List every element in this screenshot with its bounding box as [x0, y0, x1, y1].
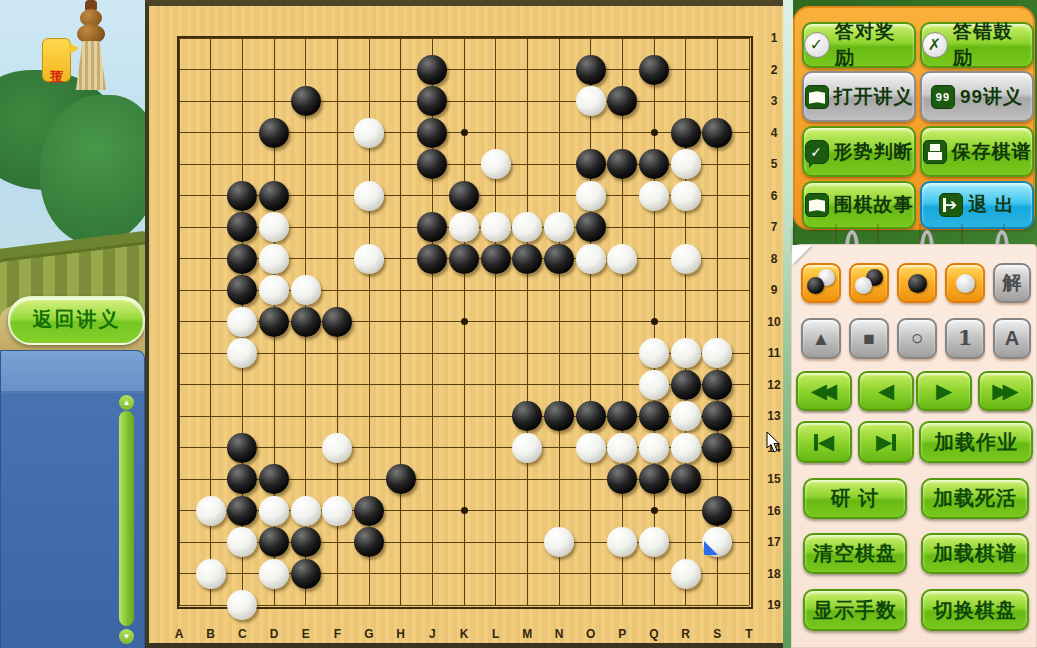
grid-line: [179, 605, 749, 606]
black-stone: [481, 244, 511, 274]
white-stone: [671, 338, 701, 368]
exit-door-icon: ➔: [939, 193, 963, 217]
white-stone: [354, 181, 384, 211]
black-stone: [639, 401, 669, 431]
white-stone: [671, 401, 701, 431]
step-backward-icon: ◀: [878, 379, 894, 403]
black-stone: [639, 149, 669, 179]
column-label: G: [359, 627, 379, 641]
black-stone: [671, 118, 701, 148]
black-stone-icon: [807, 277, 824, 294]
star-point: [461, 129, 468, 136]
encourage-wrong-button[interactable]: ✗ 答错鼓励: [920, 22, 1034, 68]
lecture-99-button[interactable]: 99 99讲义: [920, 71, 1034, 122]
letter-marker-tool[interactable]: A: [993, 318, 1031, 359]
black-stone: [417, 244, 447, 274]
black-stone: [291, 559, 321, 589]
black-stone: [291, 307, 321, 337]
black-stone: [449, 244, 479, 274]
black-stone: [259, 464, 289, 494]
white-stone: [671, 433, 701, 463]
white-stone: [259, 212, 289, 242]
load-homework-button[interactable]: 加载作业: [919, 421, 1033, 463]
back-to-lecture-button[interactable]: 返回讲义: [8, 296, 145, 345]
white-stone: [639, 527, 669, 557]
black-stone: [702, 433, 732, 463]
star-point: [651, 129, 658, 136]
white-stone: [291, 275, 321, 305]
column-label: D: [264, 627, 284, 641]
black-stone: [354, 496, 384, 526]
column-label: F: [327, 627, 347, 641]
scroll-up-button[interactable]: ▲: [119, 395, 134, 410]
black-stone: [291, 86, 321, 116]
tool-panel: 解 ▲ ■ ○ 1 A ◀◀ ◀ ▶ ▶▶ ◀ ▶ 加载作业 研 讨 加载死活 …: [791, 244, 1037, 648]
switch-board-button[interactable]: 切换棋盘: [921, 589, 1029, 631]
square-marker-tool[interactable]: ■: [849, 318, 889, 359]
white-stone: [607, 433, 637, 463]
column-label: S: [707, 627, 727, 641]
column-label: R: [676, 627, 696, 641]
white-stone: [607, 244, 637, 274]
triangle-marker-tool[interactable]: ▲: [801, 318, 841, 359]
show-move-numbers-button[interactable]: 显示手数: [803, 589, 907, 631]
black-stone: [639, 55, 669, 85]
black-stone: [259, 307, 289, 337]
black-stone: [512, 244, 542, 274]
white-stone: [354, 244, 384, 274]
white-stone: [259, 559, 289, 589]
black-stone: [227, 181, 257, 211]
step-forward-icon: ▶: [936, 379, 952, 403]
column-label: J: [422, 627, 442, 641]
star-point: [651, 507, 658, 514]
circle-marker-tool[interactable]: ○: [897, 318, 937, 359]
alternate-white-first-tool[interactable]: [849, 263, 889, 303]
white-stone: [639, 433, 669, 463]
column-label: N: [549, 627, 569, 641]
white-stone: [227, 307, 257, 337]
go-board[interactable]: ABCDEFGHJKLMNOPQRST123456789101112131415…: [145, 0, 783, 648]
number-marker-tool[interactable]: 1: [945, 318, 985, 359]
white-stone: [291, 496, 321, 526]
black-stone: [417, 55, 447, 85]
black-stone: [576, 212, 606, 242]
white-stone: [576, 86, 606, 116]
black-stone-tool[interactable]: [897, 263, 937, 303]
tassel-ornament: [74, 0, 108, 90]
star-point: [651, 318, 658, 325]
check-circle-icon: ✓: [804, 32, 830, 58]
white-stone: [196, 496, 226, 526]
fast-forward-button[interactable]: ▶▶: [978, 371, 1033, 411]
white-stone-tool[interactable]: [945, 263, 985, 303]
white-stone: [259, 496, 289, 526]
black-stone: [227, 244, 257, 274]
black-stone: [702, 118, 732, 148]
white-stone: [671, 559, 701, 589]
save-record-button[interactable]: 保存棋谱: [920, 126, 1034, 177]
white-stone: [481, 212, 511, 242]
column-label: Q: [644, 627, 664, 641]
white-stone: [196, 559, 226, 589]
black-stone: [576, 149, 606, 179]
black-stone: [322, 307, 352, 337]
white-stone: [671, 244, 701, 274]
step-backward-button[interactable]: ◀: [858, 371, 914, 411]
white-stone: [354, 118, 384, 148]
white-stone: [639, 181, 669, 211]
grid-line: [622, 38, 623, 605]
white-stone: [544, 212, 574, 242]
open-book-icon: [805, 85, 829, 109]
black-stone-icon: [908, 274, 927, 293]
black-stone: [259, 527, 289, 557]
black-stone: [702, 370, 732, 400]
exit-button[interactable]: ➔ 退 出: [920, 181, 1034, 229]
scroll-down-button[interactable]: ▼: [119, 629, 134, 644]
column-label: A: [169, 627, 189, 641]
white-stone: [576, 433, 606, 463]
white-stone: [639, 370, 669, 400]
grid-line: [590, 38, 591, 605]
black-stone: [544, 244, 574, 274]
white-stone: [639, 338, 669, 368]
pull-down-tab[interactable]: 下拉: [42, 38, 71, 82]
black-stone: [354, 527, 384, 557]
pine-tree-canopy: [40, 95, 160, 245]
fast-backward-button[interactable]: ◀◀: [796, 371, 852, 411]
grid-line: [495, 38, 496, 605]
black-stone: [386, 464, 416, 494]
go-story-button[interactable]: 围棋故事: [802, 181, 916, 229]
position-judge-button[interactable]: ✓ 形势判断: [802, 126, 916, 177]
white-stone: [576, 181, 606, 211]
black-stone: [576, 401, 606, 431]
stop-bar-icon: [892, 434, 896, 451]
black-stone: [544, 401, 574, 431]
save-disk-icon: [923, 140, 947, 164]
black-stone: [449, 181, 479, 211]
open-lecture-button[interactable]: 打开讲义: [802, 71, 916, 122]
clear-board-button[interactable]: 清空棋盘: [803, 533, 907, 574]
column-label: T: [739, 627, 759, 641]
lecture-list-header: [1, 351, 144, 393]
story-book-icon: [805, 193, 829, 217]
scrollbar-thumb[interactable]: [119, 411, 134, 626]
white-stone: [259, 275, 289, 305]
white-stone: [227, 590, 257, 620]
column-label: C: [232, 627, 252, 641]
black-stone: [702, 496, 732, 526]
mouse-cursor: [766, 432, 782, 454]
to-start-icon: ◀: [818, 430, 834, 454]
star-point: [461, 318, 468, 325]
step-forward-button[interactable]: ▶: [916, 371, 972, 411]
column-label: M: [517, 627, 537, 641]
judge-bubble-icon: ✓: [805, 140, 829, 164]
white-stone: [671, 149, 701, 179]
discuss-button[interactable]: 研 讨: [803, 478, 907, 519]
column-label: L: [486, 627, 506, 641]
alternate-black-first-tool[interactable]: [801, 263, 841, 303]
column-label: E: [296, 627, 316, 641]
white-stone: [576, 244, 606, 274]
fast-backward-icon: ◀◀: [811, 379, 831, 403]
black-stone: [671, 464, 701, 494]
column-label: B: [201, 627, 221, 641]
blue-triangle-marker: [704, 541, 718, 555]
column-label: O: [581, 627, 601, 641]
load-life-death-button[interactable]: 加载死活: [921, 478, 1029, 519]
column-label: H: [391, 627, 411, 641]
white-stone: [671, 181, 701, 211]
fast-forward-icon: ▶▶: [992, 379, 1012, 403]
book-99-icon: 99: [931, 85, 955, 109]
grid-line: [559, 38, 560, 605]
black-stone: [291, 527, 321, 557]
answer-tool[interactable]: 解: [993, 263, 1031, 303]
black-stone: [259, 118, 289, 148]
to-end-button[interactable]: ▶: [858, 421, 914, 463]
page-fold-corner: [792, 245, 812, 265]
star-point: [461, 507, 468, 514]
cross-circle-icon: ✗: [922, 32, 948, 58]
white-stone: [544, 527, 574, 557]
black-stone: [259, 181, 289, 211]
white-stone: [512, 433, 542, 463]
to-start-button[interactable]: ◀: [796, 421, 852, 463]
black-stone: [227, 433, 257, 463]
column-label: K: [454, 627, 474, 641]
white-stone-icon: [956, 274, 975, 293]
column-label: P: [612, 627, 632, 641]
white-stone: [322, 433, 352, 463]
grid-line: [527, 38, 528, 605]
black-stone: [227, 496, 257, 526]
white-stone: [322, 496, 352, 526]
black-stone: [417, 118, 447, 148]
white-stone: [449, 212, 479, 242]
white-stone: [481, 149, 511, 179]
black-stone: [639, 464, 669, 494]
load-record-button[interactable]: 加载棋谱: [921, 533, 1029, 574]
black-stone: [576, 55, 606, 85]
black-stone: [671, 370, 701, 400]
white-stone: [259, 244, 289, 274]
reward-correct-button[interactable]: ✓ 答对奖励: [802, 22, 916, 68]
grid-line: [749, 38, 750, 605]
lecture-list-panel: ▲ ▼: [0, 350, 145, 648]
lesson-button-panel: ✓ 答对奖励 ✗ 答错鼓励 打开讲义 99 99讲义 ✓ 形势判断 保存棋谱 围…: [793, 6, 1035, 230]
to-end-icon: ▶: [876, 430, 892, 454]
white-stone-icon: [855, 277, 872, 294]
